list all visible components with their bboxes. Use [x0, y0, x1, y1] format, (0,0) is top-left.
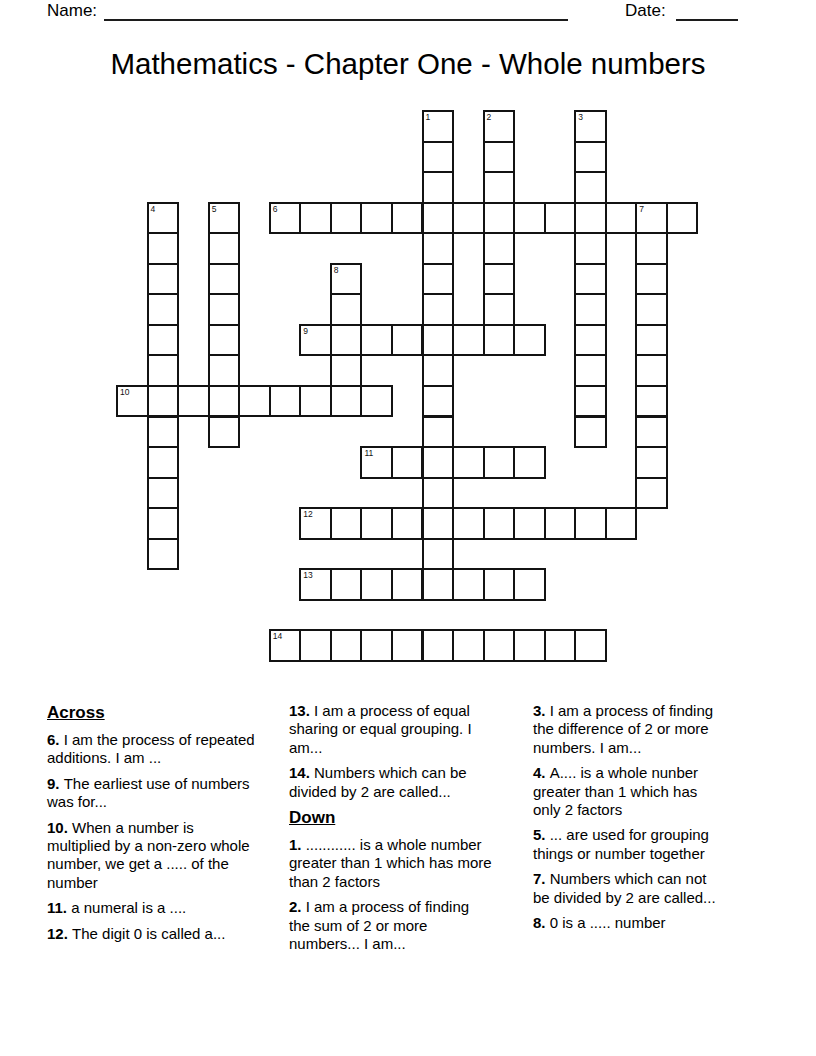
grid-cell[interactable] [513, 629, 546, 662]
grid-cell[interactable] [452, 324, 485, 357]
grid-cell[interactable] [605, 202, 638, 235]
clue-10-across: 10. When a number is multiplied by a non… [47, 819, 255, 893]
grid-cell[interactable]: 1 [422, 110, 455, 143]
grid-cell[interactable] [422, 202, 455, 235]
clue-number: 5 [212, 204, 217, 215]
grid-cell[interactable]: 8 [330, 263, 363, 296]
grid-cell[interactable] [422, 263, 455, 296]
clue-text: 0 is a ..... number [550, 914, 666, 931]
grid-cell[interactable] [299, 385, 332, 418]
clue-num: 5. [533, 826, 550, 843]
grid-cell[interactable] [513, 568, 546, 601]
grid-cell[interactable] [422, 477, 455, 510]
grid-cell[interactable] [452, 568, 485, 601]
grid-cell[interactable] [147, 507, 180, 540]
grid-cell[interactable] [574, 354, 607, 387]
grid-cell[interactable] [208, 263, 241, 296]
grid-cell[interactable] [147, 324, 180, 357]
grid-cell[interactable] [574, 232, 607, 265]
grid-cell[interactable] [574, 202, 607, 235]
grid-cell[interactable] [422, 324, 455, 357]
grid-cell[interactable]: 10 [116, 385, 149, 418]
grid-cell[interactable] [422, 507, 455, 540]
grid-cell[interactable] [483, 202, 516, 235]
clue-14-across: 14. Numbers which can be divided by 2 ar… [289, 764, 492, 801]
grid-cell[interactable] [177, 385, 210, 418]
grid-cell[interactable] [147, 354, 180, 387]
clue-number: 9 [303, 326, 308, 337]
grid-cell[interactable] [483, 293, 516, 326]
grid-cell[interactable] [422, 141, 455, 174]
grid-cell[interactable] [483, 232, 516, 265]
grid-cell[interactable] [391, 202, 424, 235]
grid-cell[interactable] [147, 477, 180, 510]
grid-cell[interactable] [483, 324, 516, 357]
grid-cell[interactable] [330, 324, 363, 357]
grid-cell[interactable] [422, 232, 455, 265]
grid-cell[interactable]: 9 [299, 324, 332, 357]
grid-cell[interactable] [635, 477, 668, 510]
grid-cell[interactable]: 7 [635, 202, 668, 235]
clue-number: 3 [578, 112, 583, 123]
grid-cell[interactable]: 5 [208, 202, 241, 235]
clue-num: 9. [47, 775, 64, 792]
clue-number: 6 [273, 204, 278, 215]
clue-num: 1. [289, 836, 306, 853]
clue-num: 13. [289, 702, 314, 719]
grid-cell[interactable] [391, 324, 424, 357]
clue-2-down: 2. I am a process of finding the sum of … [289, 898, 492, 953]
grid-cell[interactable] [574, 629, 607, 662]
grid-cell[interactable] [513, 507, 546, 540]
grid-cell[interactable] [574, 416, 607, 449]
grid-cell[interactable] [147, 385, 180, 418]
grid-cell[interactable] [422, 293, 455, 326]
clue-number: 4 [151, 204, 156, 215]
grid-cell[interactable] [330, 385, 363, 418]
grid-cell[interactable] [422, 538, 455, 571]
grid-cell[interactable] [147, 232, 180, 265]
grid-cell[interactable] [391, 568, 424, 601]
crossword-grid: 1234567891011121314 [0, 0, 816, 700]
grid-cell[interactable]: 12 [299, 507, 332, 540]
clue-11-across: 11. a numeral is a .... [47, 899, 255, 917]
grid-cell[interactable]: 3 [574, 110, 607, 143]
grid-cell[interactable] [147, 416, 180, 449]
grid-cell[interactable] [513, 446, 546, 479]
grid-cell[interactable]: 11 [360, 446, 393, 479]
clue-5-down: 5. ... are used for grouping things or n… [533, 826, 727, 863]
grid-cell[interactable] [422, 171, 455, 204]
clue-text: ... are used for grouping things or numb… [533, 826, 709, 861]
grid-cell[interactable] [666, 202, 699, 235]
clue-heading-down: Down [289, 808, 492, 828]
grid-cell[interactable] [208, 293, 241, 326]
grid-cell[interactable] [574, 507, 607, 540]
clue-num: 3. [533, 702, 550, 719]
grid-cell[interactable] [360, 507, 393, 540]
clue-num: 12. [47, 925, 72, 942]
grid-cell[interactable] [330, 202, 363, 235]
grid-cell[interactable] [391, 446, 424, 479]
grid-cell[interactable] [208, 416, 241, 449]
grid-cell[interactable] [330, 568, 363, 601]
grid-cell[interactable] [574, 141, 607, 174]
clue-number: 1 [426, 112, 431, 123]
grid-cell[interactable] [635, 324, 668, 357]
clue-text: ............ is a whole number greater t… [289, 836, 492, 890]
grid-cell[interactable] [574, 293, 607, 326]
grid-cell[interactable] [574, 263, 607, 296]
clue-text: When a number is multiplied by a non-zer… [47, 819, 250, 891]
grid-cell[interactable] [391, 629, 424, 662]
grid-cell[interactable] [330, 629, 363, 662]
clue-text: I am a process of equal sharing or equal… [289, 702, 472, 756]
clue-num: 10. [47, 819, 72, 836]
grid-cell[interactable] [360, 568, 393, 601]
clue-text: I am a process of finding the difference… [533, 702, 713, 756]
grid-cell[interactable] [147, 293, 180, 326]
grid-cell[interactable] [635, 416, 668, 449]
grid-cell[interactable] [513, 202, 546, 235]
clue-6-across: 6. I am the process of repeated addition… [47, 731, 255, 768]
grid-cell[interactable] [330, 507, 363, 540]
grid-cell[interactable] [360, 202, 393, 235]
clue-num: 14. [289, 764, 314, 781]
grid-cell[interactable] [544, 507, 577, 540]
clue-num: 4. [533, 764, 550, 781]
grid-cell[interactable] [452, 629, 485, 662]
grid-cell[interactable] [452, 507, 485, 540]
grid-cell[interactable]: 2 [483, 110, 516, 143]
grid-cell[interactable] [544, 202, 577, 235]
clue-number: 7 [639, 204, 644, 215]
grid-cell[interactable]: 6 [269, 202, 302, 235]
grid-cell[interactable] [208, 232, 241, 265]
clue-12-across: 12. The digit 0 is called a... [47, 925, 255, 943]
clue-num: 11. [47, 899, 71, 916]
grid-cell[interactable] [635, 293, 668, 326]
grid-cell[interactable] [483, 568, 516, 601]
clue-number: 2 [487, 112, 492, 123]
grid-cell[interactable] [605, 507, 638, 540]
grid-cell[interactable] [635, 354, 668, 387]
clue-1-down: 1. ............ is a whole number greate… [289, 836, 492, 891]
clue-number: 8 [334, 265, 339, 276]
clue-number: 11 [364, 448, 373, 459]
clue-num: 6. [47, 731, 64, 748]
grid-cell[interactable] [483, 446, 516, 479]
clue-8-down: 8. 0 is a ..... number [533, 914, 727, 932]
clue-heading-across: Across [47, 703, 255, 723]
clue-number: 10 [120, 387, 129, 398]
grid-cell[interactable] [544, 629, 577, 662]
grid-cell[interactable] [513, 324, 546, 357]
grid-cell[interactable] [208, 385, 241, 418]
grid-cell[interactable] [483, 263, 516, 296]
grid-cell[interactable] [360, 385, 393, 418]
clue-text: I am the process of repeated additions. … [47, 731, 255, 766]
clue-text: The digit 0 is called a... [72, 925, 225, 942]
grid-cell[interactable] [635, 385, 668, 418]
grid-cell[interactable] [635, 446, 668, 479]
grid-cell[interactable] [422, 629, 455, 662]
grid-cell[interactable] [391, 507, 424, 540]
clue-num: 7. [533, 870, 550, 887]
grid-cell[interactable] [635, 232, 668, 265]
grid-cell[interactable]: 13 [299, 568, 332, 601]
grid-cell[interactable] [483, 629, 516, 662]
grid-cell[interactable] [422, 416, 455, 449]
grid-cell[interactable] [452, 202, 485, 235]
grid-cell[interactable] [422, 446, 455, 479]
grid-cell[interactable] [422, 354, 455, 387]
grid-cell[interactable] [147, 538, 180, 571]
grid-cell[interactable] [147, 263, 180, 296]
clue-text: I am a process of finding the sum of 2 o… [289, 898, 469, 952]
grid-cell[interactable]: 14 [269, 629, 302, 662]
clue-text: Numbers which can not be divided by 2 ar… [533, 870, 716, 905]
grid-cell[interactable] [208, 354, 241, 387]
clue-3-down: 3. I am a process of finding the differe… [533, 702, 727, 757]
grid-cell[interactable] [208, 324, 241, 357]
grid-cell[interactable] [360, 629, 393, 662]
grid-cell[interactable] [147, 446, 180, 479]
grid-cell[interactable] [330, 354, 363, 387]
clue-13-across: 13. I am a process of equal sharing or e… [289, 702, 492, 757]
grid-cell[interactable]: 4 [147, 202, 180, 235]
grid-cell[interactable] [330, 293, 363, 326]
clue-column-2: 13. I am a process of equal sharing or e… [289, 702, 492, 960]
clue-column-3: 3. I am a process of finding the differe… [533, 702, 727, 939]
grid-cell[interactable] [422, 568, 455, 601]
grid-cell[interactable] [483, 171, 516, 204]
clue-7-down: 7. Numbers which can not be divided by 2… [533, 870, 727, 907]
grid-cell[interactable] [483, 141, 516, 174]
clue-column-1: Across6. I am the process of repeated ad… [47, 702, 255, 950]
clue-number: 13 [303, 570, 312, 581]
clue-4-down: 4. A.... is a whole nunber greater than … [533, 764, 727, 819]
clue-num: 8. [533, 914, 550, 931]
clue-text: A.... is a whole nunber greater than 1 w… [533, 764, 698, 818]
grid-cell[interactable] [269, 385, 302, 418]
grid-cell[interactable] [360, 324, 393, 357]
grid-cell[interactable] [238, 385, 271, 418]
grid-cell[interactable] [299, 202, 332, 235]
clue-text: Numbers which can be divided by 2 are ca… [289, 764, 467, 799]
grid-cell[interactable] [574, 385, 607, 418]
grid-cell[interactable] [574, 171, 607, 204]
grid-cell[interactable] [422, 385, 455, 418]
grid-cell[interactable] [452, 446, 485, 479]
clue-number: 14 [273, 631, 282, 642]
clue-num: 2. [289, 898, 306, 915]
grid-cell[interactable] [483, 507, 516, 540]
clue-text: a numeral is a .... [71, 899, 186, 916]
grid-cell[interactable] [574, 324, 607, 357]
clue-number: 12 [303, 509, 312, 520]
grid-cell[interactable] [635, 263, 668, 296]
grid-cell[interactable] [299, 629, 332, 662]
clue-text: The earliest use of numbers was for... [47, 775, 250, 810]
clue-9-across: 9. The earliest use of numbers was for..… [47, 775, 255, 812]
